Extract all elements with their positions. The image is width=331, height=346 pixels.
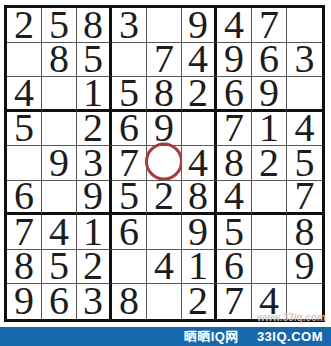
cell-r8c9[interactable]: 9 <box>287 250 322 285</box>
site-name-label: 晒晒IQ网 <box>184 328 239 346</box>
cell-r7c4[interactable]: 6 <box>112 215 147 250</box>
cell-r1c1[interactable]: 2 <box>7 8 42 43</box>
cell-r6c5[interactable]: 2 <box>147 181 182 216</box>
cell-r9c6[interactable]: 2 <box>182 284 217 319</box>
cell-r5c8[interactable]: 2 <box>252 146 287 181</box>
sudoku-screenshot: 2583947857496341582695269714937482569528… <box>0 0 331 346</box>
cell-r4c5[interactable]: 9 <box>147 112 182 147</box>
cell-r8c5[interactable]: 4 <box>147 250 182 285</box>
cell-r1c4[interactable]: 3 <box>112 8 147 43</box>
sudoku-board: 2583947857496341582695269714937482569528… <box>4 5 325 322</box>
cell-r6c8[interactable] <box>252 181 287 216</box>
site-banner: 晒晒IQ网 33IQ.COM <box>0 327 331 346</box>
cell-r7c8[interactable] <box>252 215 287 250</box>
cell-r3c6[interactable]: 2 <box>182 77 217 112</box>
cell-r9c1[interactable]: 9 <box>7 284 42 319</box>
cell-r2c2[interactable]: 8 <box>42 43 77 78</box>
cell-r9c8[interactable]: 4 <box>252 284 287 319</box>
cell-r2c9[interactable]: 3 <box>287 43 322 78</box>
cell-r9c3[interactable]: 3 <box>77 284 112 319</box>
cell-r9c2[interactable]: 6 <box>42 284 77 319</box>
cell-r5c2[interactable]: 9 <box>42 146 77 181</box>
cell-r9c9[interactable] <box>287 284 322 319</box>
cell-r9c5[interactable] <box>147 284 182 319</box>
cell-r3c2[interactable] <box>42 77 77 112</box>
cell-r4c1[interactable]: 5 <box>7 112 42 147</box>
cell-r9c4[interactable]: 8 <box>112 284 147 319</box>
site-url-label: 33IQ.COM <box>257 329 323 344</box>
cell-r9c7[interactable]: 7 <box>217 284 252 319</box>
